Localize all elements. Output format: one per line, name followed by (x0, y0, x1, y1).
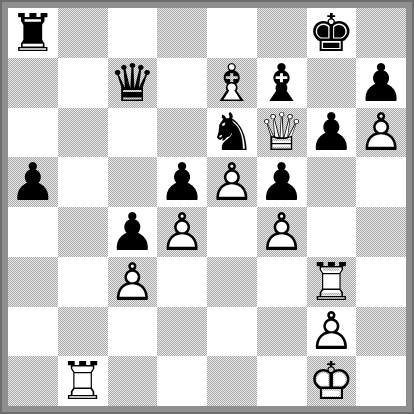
square-h7[interactable]: ♟ (356, 58, 406, 108)
square-f7[interactable]: ♝ (257, 58, 307, 108)
piece-black-pawn[interactable]: ♟ (307, 108, 357, 158)
square-b7[interactable] (58, 58, 108, 108)
square-d8[interactable] (157, 8, 207, 58)
square-c6[interactable] (108, 108, 158, 158)
square-e5[interactable]: ♟♙ (207, 157, 257, 207)
piece-black-rook[interactable]: ♜ (8, 8, 58, 58)
square-f5[interactable]: ♟ (257, 157, 307, 207)
square-b6[interactable] (58, 108, 108, 158)
square-f4[interactable]: ♟♙ (257, 207, 307, 257)
square-e6[interactable]: ♞ (207, 108, 257, 158)
piece-black-pawn[interactable]: ♟ (8, 157, 58, 207)
piece-white-pawn[interactable]: ♙ (257, 207, 307, 257)
square-d1[interactable] (157, 356, 207, 406)
piece-white-rook[interactable]: ♖ (58, 356, 108, 406)
square-h2[interactable] (356, 307, 406, 357)
piece-white-king[interactable]: ♔ (307, 356, 357, 406)
square-b5[interactable] (58, 157, 108, 207)
square-c2[interactable] (108, 307, 158, 357)
square-f1[interactable] (257, 356, 307, 406)
square-a4[interactable] (8, 207, 58, 257)
square-g1[interactable]: ♚♔ (307, 356, 357, 406)
square-g3[interactable]: ♜♖ (307, 257, 357, 307)
board-frame: ♜♚♛♝♗♝♟♞♛♕♟♟♙♟♟♟♙♟♟♟♙♟♙♟♙♜♖♟♙♜♖♚♔ (0, 0, 414, 414)
chess-board: ♜♚♛♝♗♝♟♞♛♕♟♟♙♟♟♟♙♟♟♟♙♟♙♟♙♜♖♟♙♜♖♚♔ (8, 8, 406, 406)
square-b2[interactable] (58, 307, 108, 357)
square-c7[interactable]: ♛ (108, 58, 158, 108)
square-g8[interactable]: ♚ (307, 8, 357, 58)
piece-black-pawn[interactable]: ♟ (157, 157, 207, 207)
piece-black-knight[interactable]: ♞ (207, 108, 257, 158)
square-d4[interactable]: ♟♙ (157, 207, 207, 257)
square-f8[interactable] (257, 8, 307, 58)
square-g2[interactable]: ♟♙ (307, 307, 357, 357)
square-c5[interactable] (108, 157, 158, 207)
square-e7[interactable]: ♝♗ (207, 58, 257, 108)
square-a6[interactable] (8, 108, 58, 158)
square-h5[interactable] (356, 157, 406, 207)
piece-black-pawn[interactable]: ♟ (108, 207, 158, 257)
square-c4[interactable]: ♟ (108, 207, 158, 257)
square-d3[interactable] (157, 257, 207, 307)
piece-black-pawn[interactable]: ♟ (356, 58, 406, 108)
piece-white-bishop[interactable]: ♗ (207, 58, 257, 108)
piece-white-pawn[interactable]: ♙ (157, 207, 207, 257)
square-b3[interactable] (58, 257, 108, 307)
piece-white-pawn[interactable]: ♙ (307, 307, 357, 357)
square-d6[interactable] (157, 108, 207, 158)
piece-black-queen[interactable]: ♛ (108, 58, 158, 108)
square-a3[interactable] (8, 257, 58, 307)
square-a5[interactable]: ♟ (8, 157, 58, 207)
square-f3[interactable] (257, 257, 307, 307)
square-f6[interactable]: ♛♕ (257, 108, 307, 158)
square-a8[interactable]: ♜ (8, 8, 58, 58)
square-d5[interactable]: ♟ (157, 157, 207, 207)
square-e2[interactable] (207, 307, 257, 357)
piece-white-pawn[interactable]: ♙ (356, 108, 406, 158)
square-b1[interactable]: ♜♖ (58, 356, 108, 406)
square-c1[interactable] (108, 356, 158, 406)
square-b4[interactable] (58, 207, 108, 257)
piece-white-queen[interactable]: ♕ (257, 108, 307, 158)
square-e1[interactable] (207, 356, 257, 406)
square-h8[interactable] (356, 8, 406, 58)
square-b8[interactable] (58, 8, 108, 58)
piece-black-pawn[interactable]: ♟ (257, 157, 307, 207)
square-h1[interactable] (356, 356, 406, 406)
square-h6[interactable]: ♟♙ (356, 108, 406, 158)
square-c8[interactable] (108, 8, 158, 58)
square-g6[interactable]: ♟ (307, 108, 357, 158)
square-e3[interactable] (207, 257, 257, 307)
square-h4[interactable] (356, 207, 406, 257)
square-h3[interactable] (356, 257, 406, 307)
square-d7[interactable] (157, 58, 207, 108)
piece-white-pawn[interactable]: ♙ (108, 257, 158, 307)
square-a7[interactable] (8, 58, 58, 108)
square-g7[interactable] (307, 58, 357, 108)
square-a1[interactable] (8, 356, 58, 406)
square-c3[interactable]: ♟♙ (108, 257, 158, 307)
square-a2[interactable] (8, 307, 58, 357)
piece-white-pawn[interactable]: ♙ (207, 157, 257, 207)
square-e8[interactable] (207, 8, 257, 58)
piece-black-bishop[interactable]: ♝ (257, 58, 307, 108)
square-f2[interactable] (257, 307, 307, 357)
piece-black-king[interactable]: ♚ (307, 8, 357, 58)
square-d2[interactable] (157, 307, 207, 357)
square-e4[interactable] (207, 207, 257, 257)
square-g5[interactable] (307, 157, 357, 207)
square-g4[interactable] (307, 207, 357, 257)
piece-white-rook[interactable]: ♖ (307, 257, 357, 307)
